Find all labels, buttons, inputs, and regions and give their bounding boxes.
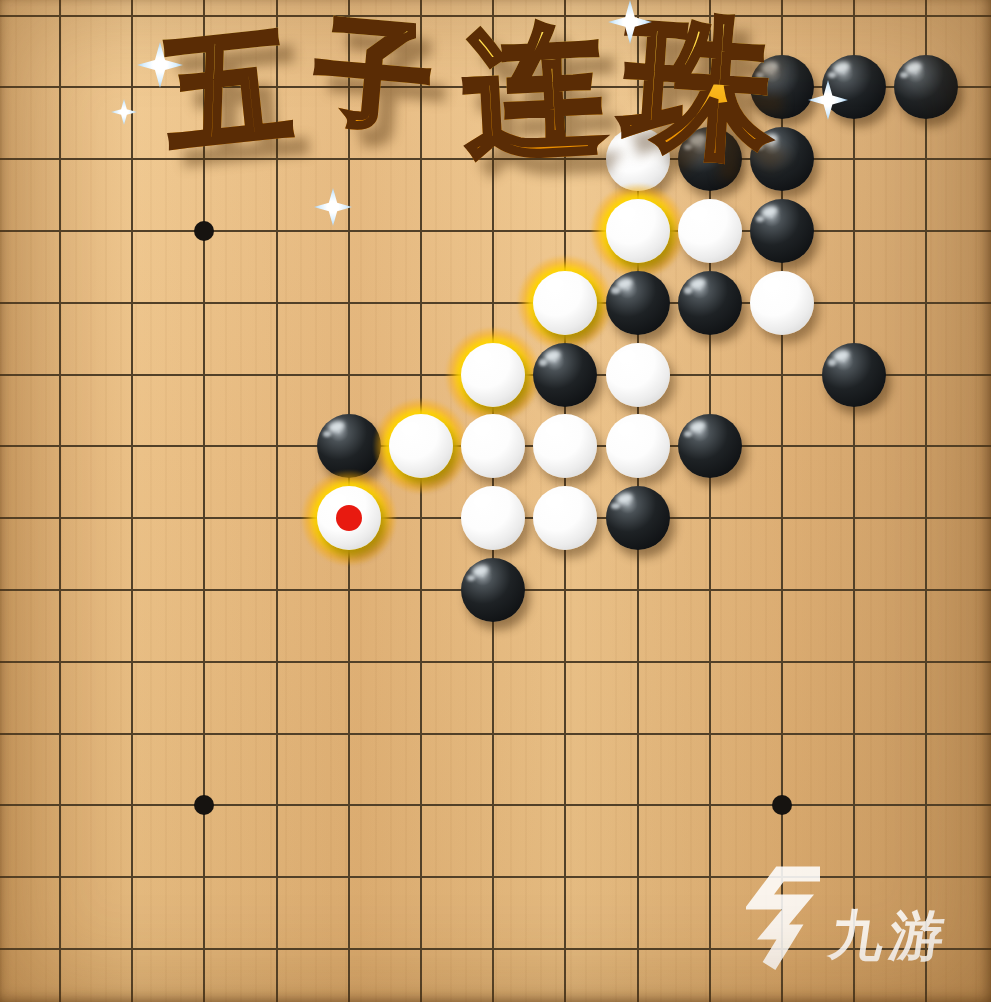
grid-line-vertical: [420, 0, 422, 1002]
stone-white: [533, 414, 597, 478]
white-stone: [678, 199, 742, 263]
last-move-marker: [336, 505, 362, 531]
stone-white: [461, 414, 525, 478]
black-stone: [678, 271, 742, 335]
white-stone: [461, 486, 525, 550]
stone-white: [678, 199, 742, 263]
white-stone: [606, 343, 670, 407]
grid-line-vertical: [853, 0, 855, 1002]
black-stone: [606, 271, 670, 335]
stone-white: [533, 486, 597, 550]
stone-black: [678, 127, 742, 191]
stone-white: [606, 343, 670, 407]
stone-white-winning: [606, 199, 670, 263]
stone-white-winning: [317, 486, 381, 550]
black-stone: [606, 486, 670, 550]
white-stone: [533, 271, 597, 335]
grid-line-vertical: [276, 0, 278, 1002]
grid-line-horizontal: [0, 302, 991, 304]
grid-line-vertical: [59, 0, 61, 1002]
black-stone: [822, 343, 886, 407]
white-stone: [533, 486, 597, 550]
stone-white: [461, 486, 525, 550]
black-stone: [678, 414, 742, 478]
grid-line-horizontal: [0, 876, 991, 878]
stone-black: [533, 343, 597, 407]
white-stone: [461, 414, 525, 478]
stone-black: [750, 55, 814, 119]
grid-line-horizontal: [0, 733, 991, 735]
white-stone: [461, 343, 525, 407]
grid-line-horizontal: [0, 661, 991, 663]
grid-line-vertical: [925, 0, 927, 1002]
stone-white: [606, 414, 670, 478]
white-stone: [389, 414, 453, 478]
grid-line-horizontal: [0, 158, 991, 160]
black-stone: [461, 558, 525, 622]
stone-black: [822, 55, 886, 119]
stone-black: [461, 558, 525, 622]
black-stone: [894, 55, 958, 119]
stone-white: [750, 271, 814, 335]
grid-line-vertical: [203, 0, 205, 1002]
game-screen: 九游 五子连珠: [0, 0, 991, 1002]
white-stone: [533, 414, 597, 478]
stone-black: [606, 486, 670, 550]
grid-line-horizontal: [0, 15, 991, 17]
white-stone: [606, 199, 670, 263]
black-stone: [750, 199, 814, 263]
black-stone: [750, 127, 814, 191]
stone-black: [894, 55, 958, 119]
white-stone: [750, 271, 814, 335]
grid-line-horizontal: [0, 804, 991, 806]
stone-black: [678, 271, 742, 335]
stone-black: [606, 271, 670, 335]
black-stone: [750, 55, 814, 119]
jiuyou-logo-icon: [746, 866, 826, 976]
watermark-text: 九游: [825, 900, 955, 973]
stone-white-winning: [533, 271, 597, 335]
black-stone: [678, 127, 742, 191]
stone-black: [678, 414, 742, 478]
grid-line-vertical: [131, 0, 133, 1002]
stone-black: [750, 127, 814, 191]
black-stone: [822, 55, 886, 119]
white-stone: [606, 414, 670, 478]
stone-white-winning: [461, 343, 525, 407]
grid-line-horizontal: [0, 230, 991, 232]
stone-black: [750, 199, 814, 263]
stone-black: [822, 343, 886, 407]
stone-white-winning: [389, 414, 453, 478]
black-stone: [533, 343, 597, 407]
